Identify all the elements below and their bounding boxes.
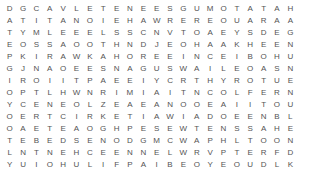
grid-cell-r6c8[interactable]: S bbox=[97, 63, 110, 75]
grid-cell-r5c6[interactable]: W bbox=[70, 51, 83, 63]
grid-cell-r7c13[interactable]: C bbox=[163, 75, 176, 87]
grid-cell-r14c2[interactable]: U bbox=[16, 159, 29, 171]
grid-cell-r14c16[interactable]: Y bbox=[203, 159, 216, 171]
grid-cell-r2c4[interactable]: T bbox=[43, 15, 56, 27]
grid-cell-r8c1[interactable]: O bbox=[3, 87, 16, 99]
grid-cell-r6c6[interactable]: E bbox=[70, 63, 83, 75]
grid-cell-r3c21[interactable]: E bbox=[270, 27, 283, 39]
grid-cell-r6c14[interactable]: W bbox=[177, 63, 190, 75]
grid-cell-r2c9[interactable]: E bbox=[110, 15, 123, 27]
grid-cell-r1c21[interactable]: A bbox=[270, 3, 283, 15]
grid-cell-r2c15[interactable]: R bbox=[190, 15, 203, 27]
grid-cell-r3c18[interactable]: Y bbox=[230, 27, 243, 39]
grid-cell-r2c8[interactable]: I bbox=[97, 15, 110, 27]
grid-cell-r13c2[interactable]: N bbox=[16, 147, 29, 159]
grid-cell-r6c11[interactable]: G bbox=[137, 63, 150, 75]
grid-cell-r3c10[interactable]: S bbox=[123, 27, 136, 39]
grid-cell-r4c13[interactable]: E bbox=[163, 39, 176, 51]
grid-cell-r12c16[interactable]: P bbox=[203, 135, 216, 147]
grid-cell-r8c14[interactable]: T bbox=[177, 87, 190, 99]
grid-cell-r2c7[interactable]: O bbox=[83, 15, 96, 27]
grid-cell-r2c21[interactable]: A bbox=[270, 15, 283, 27]
grid-cell-r4c17[interactable]: A bbox=[217, 39, 230, 51]
grid-cell-r2c13[interactable]: R bbox=[163, 15, 176, 27]
grid-cell-r14c1[interactable]: Y bbox=[3, 159, 16, 171]
grid-cell-r5c11[interactable]: R bbox=[137, 51, 150, 63]
grid-cell-r4c15[interactable]: H bbox=[190, 39, 203, 51]
grid-cell-r11c13[interactable]: E bbox=[163, 123, 176, 135]
grid-cell-r11c10[interactable]: P bbox=[123, 123, 136, 135]
grid-cell-r8c6[interactable]: W bbox=[70, 87, 83, 99]
grid-cell-r9c8[interactable]: Z bbox=[97, 99, 110, 111]
grid-cell-r10c17[interactable]: O bbox=[217, 111, 230, 123]
grid-cell-r4c14[interactable]: O bbox=[177, 39, 190, 51]
grid-cell-r3c14[interactable]: T bbox=[177, 27, 190, 39]
grid-cell-r13c3[interactable]: T bbox=[30, 147, 43, 159]
grid-cell-r3c7[interactable]: E bbox=[83, 27, 96, 39]
grid-cell-r12c9[interactable]: O bbox=[110, 135, 123, 147]
grid-cell-r10c7[interactable]: R bbox=[83, 111, 96, 123]
grid-cell-r9c9[interactable]: E bbox=[110, 99, 123, 111]
grid-cell-r2c10[interactable]: H bbox=[123, 15, 136, 27]
grid-cell-r1c8[interactable]: T bbox=[97, 3, 110, 15]
grid-cell-r3c20[interactable]: D bbox=[257, 27, 270, 39]
grid-cell-r12c22[interactable]: N bbox=[284, 135, 297, 147]
grid-cell-r10c8[interactable]: K bbox=[97, 111, 110, 123]
grid-cell-r4c16[interactable]: A bbox=[203, 39, 216, 51]
grid-cell-r6c1[interactable]: G bbox=[3, 63, 16, 75]
grid-cell-r9c12[interactable]: A bbox=[150, 99, 163, 111]
grid-cell-r7c19[interactable]: O bbox=[244, 75, 257, 87]
grid-cell-r11c19[interactable]: S bbox=[244, 123, 257, 135]
grid-cell-r8c7[interactable]: N bbox=[83, 87, 96, 99]
grid-cell-r10c6[interactable]: I bbox=[70, 111, 83, 123]
grid-cell-r10c10[interactable]: T bbox=[123, 111, 136, 123]
grid-cell-r10c19[interactable]: E bbox=[244, 111, 257, 123]
grid-cell-r1c9[interactable]: E bbox=[110, 3, 123, 15]
grid-cell-r8c19[interactable]: F bbox=[244, 87, 257, 99]
grid-cell-r6c12[interactable]: U bbox=[150, 63, 163, 75]
grid-cell-r2c19[interactable]: A bbox=[244, 15, 257, 27]
grid-cell-r5c7[interactable]: K bbox=[83, 51, 96, 63]
grid-cell-r14c19[interactable]: U bbox=[244, 159, 257, 171]
grid-cell-r11c14[interactable]: W bbox=[177, 123, 190, 135]
grid-cell-r7c12[interactable]: Y bbox=[150, 75, 163, 87]
grid-cell-r8c2[interactable]: P bbox=[16, 87, 29, 99]
grid-cell-r1c17[interactable]: O bbox=[217, 3, 230, 15]
grid-cell-r3c12[interactable]: N bbox=[150, 27, 163, 39]
grid-cell-r10c12[interactable]: A bbox=[150, 111, 163, 123]
grid-cell-r13c10[interactable]: N bbox=[123, 147, 136, 159]
grid-cell-r14c12[interactable]: I bbox=[150, 159, 163, 171]
grid-cell-r5c20[interactable]: O bbox=[257, 51, 270, 63]
grid-cell-r6c5[interactable]: O bbox=[56, 63, 69, 75]
grid-cell-r1c20[interactable]: T bbox=[257, 3, 270, 15]
grid-cell-r9c4[interactable]: N bbox=[43, 99, 56, 111]
grid-cell-r10c3[interactable]: R bbox=[30, 111, 43, 123]
grid-cell-r6c18[interactable]: E bbox=[230, 63, 243, 75]
grid-cell-r10c18[interactable]: E bbox=[230, 111, 243, 123]
grid-cell-r11c9[interactable]: H bbox=[110, 123, 123, 135]
grid-cell-r2c6[interactable]: N bbox=[70, 15, 83, 27]
grid-cell-r12c4[interactable]: E bbox=[43, 135, 56, 147]
grid-cell-r6c20[interactable]: A bbox=[257, 63, 270, 75]
grid-cell-r9c21[interactable]: O bbox=[270, 99, 283, 111]
grid-cell-r5c14[interactable]: I bbox=[177, 51, 190, 63]
grid-cell-r1c12[interactable]: E bbox=[150, 3, 163, 15]
grid-cell-r14c9[interactable]: F bbox=[110, 159, 123, 171]
grid-cell-r14c3[interactable]: I bbox=[30, 159, 43, 171]
grid-cell-r13c7[interactable]: C bbox=[83, 147, 96, 159]
grid-cell-r7c15[interactable]: T bbox=[190, 75, 203, 87]
grid-cell-r11c17[interactable]: N bbox=[217, 123, 230, 135]
grid-cell-r5c13[interactable]: E bbox=[163, 51, 176, 63]
grid-cell-r12c13[interactable]: C bbox=[163, 135, 176, 147]
grid-cell-r7c6[interactable]: T bbox=[70, 75, 83, 87]
grid-cell-r7c5[interactable]: I bbox=[56, 75, 69, 87]
grid-cell-r7c3[interactable]: O bbox=[30, 75, 43, 87]
grid-cell-r3c13[interactable]: V bbox=[163, 27, 176, 39]
grid-cell-r12c7[interactable]: E bbox=[83, 135, 96, 147]
grid-cell-r6c19[interactable]: O bbox=[244, 63, 257, 75]
grid-cell-r8c12[interactable]: A bbox=[150, 87, 163, 99]
grid-cell-r12c11[interactable]: G bbox=[137, 135, 150, 147]
grid-cell-r14c6[interactable]: U bbox=[70, 159, 83, 171]
grid-cell-r13c5[interactable]: E bbox=[56, 147, 69, 159]
grid-cell-r11c16[interactable]: E bbox=[203, 123, 216, 135]
grid-cell-r12c14[interactable]: W bbox=[177, 135, 190, 147]
grid-cell-r1c22[interactable]: H bbox=[284, 3, 297, 15]
grid-cell-r9c13[interactable]: N bbox=[163, 99, 176, 111]
grid-cell-r8c17[interactable]: O bbox=[217, 87, 230, 99]
grid-cell-r14c18[interactable]: O bbox=[230, 159, 243, 171]
grid-cell-r2c1[interactable]: A bbox=[3, 15, 16, 27]
grid-cell-r9c1[interactable]: Y bbox=[3, 99, 16, 111]
grid-cell-r9c5[interactable]: E bbox=[56, 99, 69, 111]
grid-cell-r13c19[interactable]: E bbox=[244, 147, 257, 159]
grid-cell-r1c18[interactable]: T bbox=[230, 3, 243, 15]
grid-cell-r10c15[interactable]: A bbox=[190, 111, 203, 123]
grid-cell-r10c14[interactable]: I bbox=[177, 111, 190, 123]
grid-cell-r4c22[interactable]: N bbox=[284, 39, 297, 51]
grid-cell-r12c21[interactable]: O bbox=[270, 135, 283, 147]
grid-cell-r7c14[interactable]: R bbox=[177, 75, 190, 87]
grid-cell-r12c10[interactable]: D bbox=[123, 135, 136, 147]
grid-cell-r8c5[interactable]: H bbox=[56, 87, 69, 99]
grid-cell-r4c20[interactable]: E bbox=[257, 39, 270, 51]
grid-cell-r9c6[interactable]: O bbox=[70, 99, 83, 111]
grid-cell-r7c11[interactable]: I bbox=[137, 75, 150, 87]
grid-cell-r13c9[interactable]: E bbox=[110, 147, 123, 159]
grid-cell-r2c20[interactable]: R bbox=[257, 15, 270, 27]
grid-cell-r4c3[interactable]: S bbox=[30, 39, 43, 51]
grid-cell-r4c2[interactable]: O bbox=[16, 39, 29, 51]
grid-cell-r5c5[interactable]: A bbox=[56, 51, 69, 63]
grid-cell-r3c3[interactable]: M bbox=[30, 27, 43, 39]
grid-cell-r2c18[interactable]: U bbox=[230, 15, 243, 27]
grid-cell-r11c5[interactable]: E bbox=[56, 123, 69, 135]
grid-cell-r4c1[interactable]: E bbox=[3, 39, 16, 51]
grid-cell-r3c8[interactable]: L bbox=[97, 27, 110, 39]
grid-cell-r5c17[interactable]: E bbox=[217, 51, 230, 63]
grid-cell-r6c13[interactable]: S bbox=[163, 63, 176, 75]
grid-cell-r5c15[interactable]: N bbox=[190, 51, 203, 63]
grid-cell-r13c14[interactable]: W bbox=[177, 147, 190, 159]
grid-cell-r12c3[interactable]: B bbox=[30, 135, 43, 147]
grid-cell-r9c15[interactable]: O bbox=[190, 99, 203, 111]
grid-cell-r13c15[interactable]: R bbox=[190, 147, 203, 159]
grid-cell-r14c11[interactable]: A bbox=[137, 159, 150, 171]
grid-cell-r7c2[interactable]: R bbox=[16, 75, 29, 87]
grid-cell-r12c2[interactable]: E bbox=[16, 135, 29, 147]
grid-cell-r1c7[interactable]: E bbox=[83, 3, 96, 15]
grid-cell-r14c14[interactable]: E bbox=[177, 159, 190, 171]
grid-cell-r1c4[interactable]: A bbox=[43, 3, 56, 15]
grid-cell-r13c16[interactable]: V bbox=[203, 147, 216, 159]
grid-cell-r7c22[interactable]: E bbox=[284, 75, 297, 87]
grid-cell-r13c1[interactable]: L bbox=[3, 147, 16, 159]
grid-cell-r1c1[interactable]: D bbox=[3, 3, 16, 15]
grid-cell-r10c20[interactable]: N bbox=[257, 111, 270, 123]
grid-cell-r9c11[interactable]: E bbox=[137, 99, 150, 111]
grid-cell-r4c8[interactable]: T bbox=[97, 39, 110, 51]
grid-cell-r14c7[interactable]: L bbox=[83, 159, 96, 171]
grid-cell-r3c1[interactable]: T bbox=[3, 27, 16, 39]
grid-cell-r10c13[interactable]: W bbox=[163, 111, 176, 123]
grid-cell-r6c17[interactable]: L bbox=[217, 63, 230, 75]
grid-cell-r12c12[interactable]: M bbox=[150, 135, 163, 147]
grid-cell-r7c21[interactable]: U bbox=[270, 75, 283, 87]
grid-cell-r4c9[interactable]: H bbox=[110, 39, 123, 51]
grid-cell-r8c18[interactable]: L bbox=[230, 87, 243, 99]
grid-cell-r5c3[interactable]: I bbox=[30, 51, 43, 63]
grid-cell-r1c5[interactable]: V bbox=[56, 3, 69, 15]
grid-cell-r2c22[interactable]: A bbox=[284, 15, 297, 27]
grid-cell-r5c8[interactable]: A bbox=[97, 51, 110, 63]
grid-cell-r2c14[interactable]: E bbox=[177, 15, 190, 27]
grid-cell-r9c16[interactable]: E bbox=[203, 99, 216, 111]
grid-cell-r5c9[interactable]: H bbox=[110, 51, 123, 63]
grid-cell-r2c5[interactable]: A bbox=[56, 15, 69, 27]
grid-cell-r11c11[interactable]: E bbox=[137, 123, 150, 135]
grid-cell-r2c2[interactable]: T bbox=[16, 15, 29, 27]
grid-cell-r9c18[interactable]: I bbox=[230, 99, 243, 111]
grid-cell-r4c4[interactable]: S bbox=[43, 39, 56, 51]
grid-cell-r1c10[interactable]: N bbox=[123, 3, 136, 15]
grid-cell-r11c4[interactable]: T bbox=[43, 123, 56, 135]
grid-cell-r3c6[interactable]: E bbox=[70, 27, 83, 39]
grid-cell-r8c21[interactable]: R bbox=[270, 87, 283, 99]
grid-cell-r12c5[interactable]: D bbox=[56, 135, 69, 147]
grid-cell-r12c1[interactable]: T bbox=[3, 135, 16, 147]
grid-cell-r10c11[interactable]: I bbox=[137, 111, 150, 123]
grid-cell-r11c8[interactable]: G bbox=[97, 123, 110, 135]
grid-cell-r4c12[interactable]: J bbox=[150, 39, 163, 51]
grid-cell-r14c20[interactable]: D bbox=[257, 159, 270, 171]
grid-cell-r4c11[interactable]: D bbox=[137, 39, 150, 51]
grid-cell-r7c4[interactable]: I bbox=[43, 75, 56, 87]
grid-cell-r6c4[interactable]: A bbox=[43, 63, 56, 75]
grid-cell-r10c9[interactable]: E bbox=[110, 111, 123, 123]
grid-cell-r5c19[interactable]: B bbox=[244, 51, 257, 63]
grid-cell-r10c1[interactable]: O bbox=[3, 111, 16, 123]
grid-cell-r14c17[interactable]: E bbox=[217, 159, 230, 171]
grid-cell-r7c20[interactable]: T bbox=[257, 75, 270, 87]
grid-cell-r1c11[interactable]: E bbox=[137, 3, 150, 15]
grid-cell-r3c16[interactable]: A bbox=[203, 27, 216, 39]
grid-cell-r9c14[interactable]: O bbox=[177, 99, 190, 111]
grid-cell-r1c6[interactable]: L bbox=[70, 3, 83, 15]
grid-cell-r5c4[interactable]: R bbox=[43, 51, 56, 63]
grid-cell-r8c15[interactable]: N bbox=[190, 87, 203, 99]
grid-cell-r10c21[interactable]: B bbox=[270, 111, 283, 123]
grid-cell-r5c10[interactable]: O bbox=[123, 51, 136, 63]
grid-cell-r1c13[interactable]: S bbox=[163, 3, 176, 15]
grid-cell-r13c4[interactable]: N bbox=[43, 147, 56, 159]
grid-cell-r2c17[interactable]: O bbox=[217, 15, 230, 27]
grid-cell-r3c17[interactable]: E bbox=[217, 27, 230, 39]
grid-cell-r12c15[interactable]: A bbox=[190, 135, 203, 147]
grid-cell-r3c5[interactable]: E bbox=[56, 27, 69, 39]
grid-cell-r13c6[interactable]: H bbox=[70, 147, 83, 159]
grid-cell-r11c1[interactable]: O bbox=[3, 123, 16, 135]
grid-cell-r11c20[interactable]: A bbox=[257, 123, 270, 135]
grid-cell-r14c22[interactable]: K bbox=[284, 159, 297, 171]
grid-cell-r5c21[interactable]: H bbox=[270, 51, 283, 63]
grid-cell-r6c2[interactable]: J bbox=[16, 63, 29, 75]
grid-cell-r9c20[interactable]: T bbox=[257, 99, 270, 111]
grid-cell-r9c19[interactable]: I bbox=[244, 99, 257, 111]
grid-cell-r8c10[interactable]: M bbox=[123, 87, 136, 99]
grid-cell-r12c6[interactable]: S bbox=[70, 135, 83, 147]
grid-cell-r1c19[interactable]: A bbox=[244, 3, 257, 15]
grid-cell-r7c8[interactable]: A bbox=[97, 75, 110, 87]
grid-cell-r3c15[interactable]: O bbox=[190, 27, 203, 39]
grid-cell-r14c8[interactable]: I bbox=[97, 159, 110, 171]
grid-cell-r8c8[interactable]: R bbox=[97, 87, 110, 99]
grid-cell-r11c7[interactable]: O bbox=[83, 123, 96, 135]
grid-cell-r4c10[interactable]: N bbox=[123, 39, 136, 51]
grid-cell-r8c16[interactable]: C bbox=[203, 87, 216, 99]
grid-cell-r12c17[interactable]: H bbox=[217, 135, 230, 147]
grid-cell-r7c10[interactable]: E bbox=[123, 75, 136, 87]
grid-cell-r13c22[interactable]: D bbox=[284, 147, 297, 159]
grid-cell-r5c18[interactable]: I bbox=[230, 51, 243, 63]
grid-cell-r8c13[interactable]: I bbox=[163, 87, 176, 99]
grid-cell-r3c22[interactable]: G bbox=[284, 27, 297, 39]
grid-cell-r10c22[interactable]: L bbox=[284, 111, 297, 123]
grid-cell-r5c1[interactable]: P bbox=[3, 51, 16, 63]
grid-cell-r12c20[interactable]: O bbox=[257, 135, 270, 147]
grid-cell-r3c11[interactable]: C bbox=[137, 27, 150, 39]
grid-cell-r7c9[interactable]: E bbox=[110, 75, 123, 87]
grid-cell-r8c11[interactable]: I bbox=[137, 87, 150, 99]
grid-cell-r6c10[interactable]: A bbox=[123, 63, 136, 75]
grid-cell-r11c22[interactable]: E bbox=[284, 123, 297, 135]
grid-cell-r4c5[interactable]: A bbox=[56, 39, 69, 51]
grid-cell-r4c19[interactable]: H bbox=[244, 39, 257, 51]
grid-cell-r6c9[interactable]: N bbox=[110, 63, 123, 75]
grid-cell-r10c16[interactable]: D bbox=[203, 111, 216, 123]
grid-cell-r2c11[interactable]: A bbox=[137, 15, 150, 27]
grid-cell-r14c5[interactable]: H bbox=[56, 159, 69, 171]
grid-cell-r10c2[interactable]: E bbox=[16, 111, 29, 123]
grid-cell-r7c1[interactable]: I bbox=[3, 75, 16, 87]
grid-cell-r8c22[interactable]: N bbox=[284, 87, 297, 99]
grid-cell-r5c2[interactable]: K bbox=[16, 51, 29, 63]
grid-cell-r3c9[interactable]: S bbox=[110, 27, 123, 39]
grid-cell-r10c4[interactable]: T bbox=[43, 111, 56, 123]
grid-cell-r1c2[interactable]: G bbox=[16, 3, 29, 15]
grid-cell-r9c22[interactable]: U bbox=[284, 99, 297, 111]
grid-cell-r8c20[interactable]: E bbox=[257, 87, 270, 99]
grid-cell-r10c5[interactable]: C bbox=[56, 111, 69, 123]
grid-cell-r1c3[interactable]: C bbox=[30, 3, 43, 15]
grid-cell-r6c7[interactable]: E bbox=[83, 63, 96, 75]
grid-cell-r6c21[interactable]: S bbox=[270, 63, 283, 75]
grid-cell-r11c6[interactable]: A bbox=[70, 123, 83, 135]
grid-cell-r4c6[interactable]: O bbox=[70, 39, 83, 51]
grid-cell-r5c16[interactable]: C bbox=[203, 51, 216, 63]
grid-cell-r4c21[interactable]: E bbox=[270, 39, 283, 51]
grid-cell-r5c22[interactable]: U bbox=[284, 51, 297, 63]
grid-cell-r4c18[interactable]: K bbox=[230, 39, 243, 51]
grid-cell-r13c18[interactable]: T bbox=[230, 147, 243, 159]
grid-cell-r9c17[interactable]: A bbox=[217, 99, 230, 111]
grid-cell-r9c2[interactable]: C bbox=[16, 99, 29, 111]
grid-cell-r12c8[interactable]: N bbox=[97, 135, 110, 147]
grid-cell-r6c15[interactable]: A bbox=[190, 63, 203, 75]
grid-cell-r12c19[interactable]: T bbox=[244, 135, 257, 147]
grid-cell-r3c4[interactable]: L bbox=[43, 27, 56, 39]
grid-cell-r6c22[interactable]: N bbox=[284, 63, 297, 75]
grid-cell-r13c11[interactable]: N bbox=[137, 147, 150, 159]
grid-cell-r4c7[interactable]: O bbox=[83, 39, 96, 51]
grid-cell-r8c3[interactable]: T bbox=[30, 87, 43, 99]
grid-cell-r13c8[interactable]: E bbox=[97, 147, 110, 159]
grid-cell-r13c13[interactable]: L bbox=[163, 147, 176, 159]
grid-cell-r1c16[interactable]: M bbox=[203, 3, 216, 15]
grid-cell-r9c10[interactable]: A bbox=[123, 99, 136, 111]
grid-cell-r14c15[interactable]: O bbox=[190, 159, 203, 171]
grid-cell-r13c12[interactable]: E bbox=[150, 147, 163, 159]
grid-cell-r14c13[interactable]: B bbox=[163, 159, 176, 171]
grid-cell-r13c21[interactable]: F bbox=[270, 147, 283, 159]
grid-cell-r2c12[interactable]: W bbox=[150, 15, 163, 27]
grid-cell-r11c21[interactable]: H bbox=[270, 123, 283, 135]
grid-cell-r8c4[interactable]: L bbox=[43, 87, 56, 99]
grid-cell-r11c3[interactable]: E bbox=[30, 123, 43, 135]
grid-cell-r12c18[interactable]: L bbox=[230, 135, 243, 147]
grid-cell-r6c3[interactable]: N bbox=[30, 63, 43, 75]
grid-cell-r7c18[interactable]: R bbox=[230, 75, 243, 87]
grid-cell-r8c9[interactable]: I bbox=[110, 87, 123, 99]
grid-cell-r9c3[interactable]: E bbox=[30, 99, 43, 111]
grid-cell-r7c7[interactable]: P bbox=[83, 75, 96, 87]
grid-cell-r14c21[interactable]: L bbox=[270, 159, 283, 171]
grid-cell-r1c14[interactable]: G bbox=[177, 3, 190, 15]
grid-cell-r7c16[interactable]: H bbox=[203, 75, 216, 87]
grid-cell-r3c19[interactable]: S bbox=[244, 27, 257, 39]
grid-cell-r11c18[interactable]: S bbox=[230, 123, 243, 135]
grid-cell-r2c16[interactable]: E bbox=[203, 15, 216, 27]
grid-cell-r11c15[interactable]: T bbox=[190, 123, 203, 135]
grid-cell-r13c17[interactable]: P bbox=[217, 147, 230, 159]
grid-cell-r14c4[interactable]: O bbox=[43, 159, 56, 171]
grid-cell-r7c17[interactable]: Y bbox=[217, 75, 230, 87]
grid-cell-r11c12[interactable]: S bbox=[150, 123, 163, 135]
word-search-grid[interactable]: DGCAVLETENEESGUMOTATAHATITANOIEHAWREREOU… bbox=[3, 3, 297, 171]
